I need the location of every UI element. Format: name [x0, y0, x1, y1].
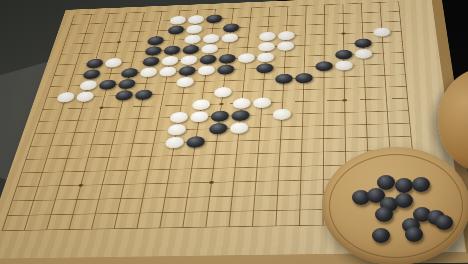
photo-frame — [0, 0, 468, 264]
vignette-overlay — [0, 0, 468, 264]
